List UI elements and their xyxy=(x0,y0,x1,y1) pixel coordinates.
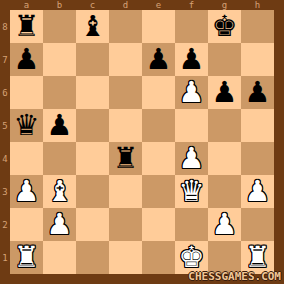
piece-black-rook[interactable]: ♜ xyxy=(113,142,139,175)
square-a7[interactable]: ♟ xyxy=(10,43,43,76)
square-e4[interactable] xyxy=(142,142,175,175)
rank-labels: 87654321 xyxy=(0,10,10,274)
piece-white-pawn[interactable]: ♟ xyxy=(47,208,73,241)
square-c2[interactable] xyxy=(76,208,109,241)
square-a2[interactable] xyxy=(10,208,43,241)
rank-label-3: 3 xyxy=(0,175,10,208)
piece-white-pawn[interactable]: ♟ xyxy=(179,76,205,109)
square-b5[interactable]: ♟ xyxy=(43,109,76,142)
square-c5[interactable] xyxy=(76,109,109,142)
square-h2[interactable] xyxy=(241,208,274,241)
square-e6[interactable] xyxy=(142,76,175,109)
square-f2[interactable] xyxy=(175,208,208,241)
piece-white-pawn[interactable]: ♟ xyxy=(14,175,40,208)
square-c7[interactable] xyxy=(76,43,109,76)
square-b8[interactable] xyxy=(43,10,76,43)
square-c4[interactable] xyxy=(76,142,109,175)
square-a3[interactable]: ♟ xyxy=(10,175,43,208)
rank-label-7: 7 xyxy=(0,43,10,76)
square-d7[interactable] xyxy=(109,43,142,76)
square-h4[interactable] xyxy=(241,142,274,175)
piece-black-bishop[interactable]: ♝ xyxy=(80,10,106,43)
square-b2[interactable]: ♟ xyxy=(43,208,76,241)
square-h8[interactable] xyxy=(241,10,274,43)
chessgames-watermark: CHESSGAMES.COM xyxy=(188,270,281,284)
square-d6[interactable] xyxy=(109,76,142,109)
square-a5[interactable]: ♛ xyxy=(10,109,43,142)
square-b6[interactable] xyxy=(43,76,76,109)
rank-label-6: 6 xyxy=(0,76,10,109)
piece-white-queen[interactable]: ♛ xyxy=(179,175,205,208)
piece-white-bishop[interactable]: ♝ xyxy=(47,175,73,208)
square-e7[interactable]: ♟ xyxy=(142,43,175,76)
square-h3[interactable]: ♟ xyxy=(241,175,274,208)
square-d8[interactable] xyxy=(109,10,142,43)
file-label-h: h xyxy=(241,0,274,10)
square-c8[interactable]: ♝ xyxy=(76,10,109,43)
square-a6[interactable] xyxy=(10,76,43,109)
square-f5[interactable] xyxy=(175,109,208,142)
square-d1[interactable] xyxy=(109,241,142,274)
piece-black-rook[interactable]: ♜ xyxy=(14,10,40,43)
square-c6[interactable] xyxy=(76,76,109,109)
square-a4[interactable] xyxy=(10,142,43,175)
file-label-a: a xyxy=(10,0,43,10)
square-b3[interactable]: ♝ xyxy=(43,175,76,208)
chess-board-frame: abcdefgh 87654321 ♜♝♚♟♟♟♟♟♟♛♟♜♟♟♝♛♟♟♟♜♚♜… xyxy=(0,0,284,284)
square-e3[interactable] xyxy=(142,175,175,208)
piece-black-pawn[interactable]: ♟ xyxy=(47,109,73,142)
square-c1[interactable] xyxy=(76,241,109,274)
piece-white-rook[interactable]: ♜ xyxy=(14,241,40,274)
square-g6[interactable]: ♟ xyxy=(208,76,241,109)
square-h5[interactable] xyxy=(241,109,274,142)
piece-black-pawn[interactable]: ♟ xyxy=(14,43,40,76)
rank-label-8: 8 xyxy=(0,10,10,43)
square-b7[interactable] xyxy=(43,43,76,76)
square-g5[interactable] xyxy=(208,109,241,142)
square-c3[interactable] xyxy=(76,175,109,208)
square-a1[interactable]: ♜ xyxy=(10,241,43,274)
square-e1[interactable] xyxy=(142,241,175,274)
square-f4[interactable]: ♟ xyxy=(175,142,208,175)
square-g4[interactable] xyxy=(208,142,241,175)
square-g7[interactable] xyxy=(208,43,241,76)
file-label-d: d xyxy=(109,0,142,10)
square-h6[interactable]: ♟ xyxy=(241,76,274,109)
square-e8[interactable] xyxy=(142,10,175,43)
file-label-g: g xyxy=(208,0,241,10)
piece-white-pawn[interactable]: ♟ xyxy=(212,208,238,241)
chess-board: ♜♝♚♟♟♟♟♟♟♛♟♜♟♟♝♛♟♟♟♜♚♜ xyxy=(10,10,274,274)
piece-black-pawn[interactable]: ♟ xyxy=(179,43,205,76)
square-d5[interactable] xyxy=(109,109,142,142)
square-g8[interactable]: ♚ xyxy=(208,10,241,43)
file-label-c: c xyxy=(76,0,109,10)
square-f8[interactable] xyxy=(175,10,208,43)
rank-label-4: 4 xyxy=(0,142,10,175)
square-f7[interactable]: ♟ xyxy=(175,43,208,76)
square-e5[interactable] xyxy=(142,109,175,142)
square-d3[interactable] xyxy=(109,175,142,208)
square-a8[interactable]: ♜ xyxy=(10,10,43,43)
square-d4[interactable]: ♜ xyxy=(109,142,142,175)
rank-label-2: 2 xyxy=(0,208,10,241)
file-labels: abcdefgh xyxy=(10,0,274,10)
piece-black-pawn[interactable]: ♟ xyxy=(245,76,271,109)
file-label-f: f xyxy=(175,0,208,10)
piece-black-king[interactable]: ♚ xyxy=(212,10,238,43)
piece-black-pawn[interactable]: ♟ xyxy=(212,76,238,109)
piece-white-pawn[interactable]: ♟ xyxy=(179,142,205,175)
square-f3[interactable]: ♛ xyxy=(175,175,208,208)
square-d2[interactable] xyxy=(109,208,142,241)
piece-black-queen[interactable]: ♛ xyxy=(14,109,40,142)
piece-white-pawn[interactable]: ♟ xyxy=(245,175,271,208)
square-h7[interactable] xyxy=(241,43,274,76)
rank-label-5: 5 xyxy=(0,109,10,142)
square-f6[interactable]: ♟ xyxy=(175,76,208,109)
file-label-e: e xyxy=(142,0,175,10)
piece-black-pawn[interactable]: ♟ xyxy=(146,43,172,76)
square-g2[interactable]: ♟ xyxy=(208,208,241,241)
square-b4[interactable] xyxy=(43,142,76,175)
square-e2[interactable] xyxy=(142,208,175,241)
square-b1[interactable] xyxy=(43,241,76,274)
rank-label-1: 1 xyxy=(0,241,10,274)
file-label-b: b xyxy=(43,0,76,10)
square-g3[interactable] xyxy=(208,175,241,208)
